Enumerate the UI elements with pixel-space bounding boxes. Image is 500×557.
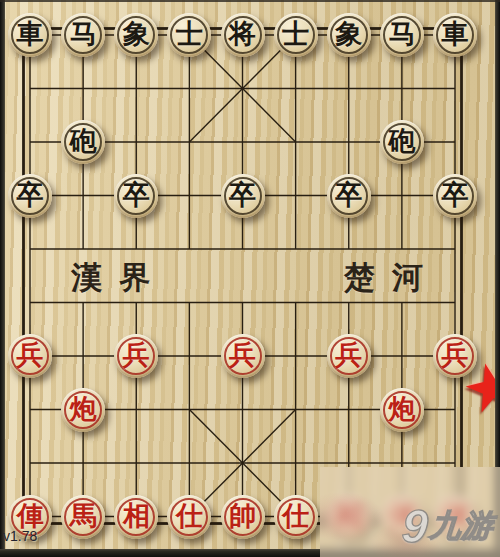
piece-label: 象 (335, 16, 362, 52)
piece-black-f4r0[interactable]: 将 (221, 13, 265, 57)
piece-label: 兵 (123, 337, 150, 373)
piece-label: 仕 (282, 498, 309, 534)
piece-black-f5r0[interactable]: 士 (274, 13, 318, 57)
piece-red-f2r9[interactable]: 相 (114, 495, 158, 539)
piece-label: 将 (229, 16, 256, 52)
piece-label: 砲 (388, 123, 415, 159)
piece-label: 炮 (70, 391, 97, 427)
piece-black-f6r0[interactable]: 象 (327, 13, 371, 57)
piece-label: 仕 (176, 498, 203, 534)
piece-label: 兵 (17, 337, 44, 373)
piece-label: 帥 (229, 498, 256, 534)
piece-label: 卒 (229, 177, 256, 213)
piece-red-f7r7[interactable]: 炮 (380, 388, 424, 432)
piece-label: 車 (442, 16, 469, 52)
piece-red-f4r9[interactable]: 帥 (221, 495, 265, 539)
piece-label: 卒 (442, 177, 469, 213)
piece-label: 马 (70, 16, 97, 52)
piece-black-f1r0[interactable]: 马 (61, 13, 105, 57)
piece-red-f1r9[interactable]: 馬 (61, 495, 105, 539)
piece-black-f7r2[interactable]: 砲 (380, 120, 424, 164)
watermark-overlay: 9九游 (320, 467, 500, 557)
piece-label: 兵 (335, 337, 362, 373)
piece-label: 兵 (229, 337, 256, 373)
board-edge-left (0, 0, 5, 557)
river-label-right: 楚河 (344, 258, 440, 296)
piece-red-f5r9[interactable]: 仕 (274, 495, 318, 539)
piece-label: 砲 (70, 123, 97, 159)
piece-black-f6r3[interactable]: 卒 (327, 174, 371, 218)
piece-black-f2r3[interactable]: 卒 (114, 174, 158, 218)
piece-black-f1r2[interactable]: 砲 (61, 120, 105, 164)
xiangqi-board-screen: 漢界 楚河 車马象士将士象马車砲砲卒卒卒卒卒兵兵兵兵兵炮炮俥馬相仕帥仕相俥俥 ★… (0, 0, 500, 557)
piece-black-f0r3[interactable]: 卒 (8, 174, 52, 218)
piece-black-f2r0[interactable]: 象 (114, 13, 158, 57)
piece-black-f0r0[interactable]: 車 (8, 13, 52, 57)
piece-label: 車 (17, 16, 44, 52)
piece-label: 炮 (388, 391, 415, 427)
piece-label: 卒 (17, 177, 44, 213)
board-edge-top (0, 0, 500, 2)
watermark-logo-9: 9 (401, 500, 432, 552)
piece-red-f3r9[interactable]: 仕 (167, 495, 211, 539)
piece-black-f8r0[interactable]: 車 (433, 13, 477, 57)
river-label-left: 漢界 (71, 258, 167, 296)
piece-label: 相 (123, 498, 150, 534)
piece-red-f1r7[interactable]: 炮 (61, 388, 105, 432)
watermark-logo: 9九游 (401, 499, 496, 553)
piece-red-f0r6[interactable]: 兵 (8, 334, 52, 378)
piece-label: 士 (282, 16, 309, 52)
piece-label: 士 (176, 16, 203, 52)
piece-black-f7r0[interactable]: 马 (380, 13, 424, 57)
piece-label: 馬 (70, 498, 97, 534)
piece-label: 象 (123, 16, 150, 52)
piece-black-f4r3[interactable]: 卒 (221, 174, 265, 218)
piece-label: 马 (388, 16, 415, 52)
piece-label: 卒 (123, 177, 150, 213)
piece-red-f2r6[interactable]: 兵 (114, 334, 158, 378)
piece-black-f8r3[interactable]: 卒 (433, 174, 477, 218)
piece-red-f4r6[interactable]: 兵 (221, 334, 265, 378)
watermark-logo-text: 九游 (429, 508, 495, 543)
piece-red-f6r6[interactable]: 兵 (327, 334, 371, 378)
version-label: v1.78 (3, 528, 37, 544)
piece-label: 卒 (335, 177, 362, 213)
